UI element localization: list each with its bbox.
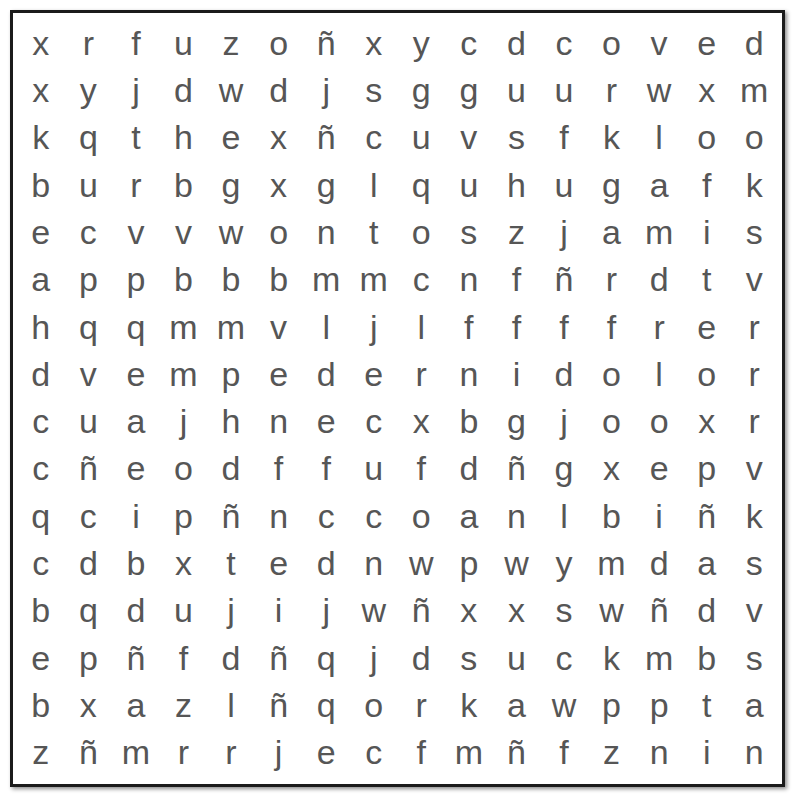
- grid-cell[interactable]: ñ: [65, 729, 113, 776]
- grid-cell[interactable]: m: [350, 256, 398, 303]
- grid-cell[interactable]: k: [730, 161, 778, 208]
- grid-cell[interactable]: q: [112, 303, 160, 350]
- grid-cell[interactable]: g: [493, 398, 541, 445]
- grid-cell[interactable]: p: [683, 445, 731, 492]
- grid-cell[interactable]: t: [112, 114, 160, 161]
- grid-cell[interactable]: m: [302, 256, 350, 303]
- grid-cell[interactable]: w: [493, 539, 541, 586]
- grid-cell[interactable]: r: [588, 66, 636, 113]
- grid-cell[interactable]: v: [112, 208, 160, 255]
- grid-cell[interactable]: x: [445, 587, 493, 634]
- grid-cell[interactable]: x: [683, 66, 731, 113]
- grid-cell[interactable]: d: [65, 539, 113, 586]
- grid-cell[interactable]: g: [540, 445, 588, 492]
- grid-cell[interactable]: e: [112, 445, 160, 492]
- grid-cell[interactable]: d: [540, 350, 588, 397]
- grid-cell[interactable]: o: [398, 208, 446, 255]
- grid-cell[interactable]: x: [17, 66, 65, 113]
- grid-cell[interactable]: o: [683, 114, 731, 161]
- grid-cell[interactable]: n: [730, 729, 778, 776]
- grid-cell[interactable]: b: [588, 492, 636, 539]
- grid-cell[interactable]: v: [730, 587, 778, 634]
- grid-cell[interactable]: d: [207, 634, 255, 681]
- grid-cell[interactable]: r: [730, 303, 778, 350]
- grid-cell[interactable]: p: [588, 681, 636, 728]
- grid-cell[interactable]: o: [160, 445, 208, 492]
- grid-cell[interactable]: j: [112, 66, 160, 113]
- grid-cell[interactable]: h: [493, 161, 541, 208]
- grid-cell[interactable]: e: [255, 539, 303, 586]
- grid-cell[interactable]: x: [160, 539, 208, 586]
- grid-cell[interactable]: w: [350, 587, 398, 634]
- grid-cell[interactable]: u: [160, 19, 208, 66]
- grid-cell[interactable]: o: [588, 350, 636, 397]
- grid-cell[interactable]: o: [398, 492, 446, 539]
- grid-cell[interactable]: a: [445, 492, 493, 539]
- grid-cell[interactable]: ñ: [302, 19, 350, 66]
- grid-cell[interactable]: m: [588, 539, 636, 586]
- grid-cell[interactable]: f: [302, 445, 350, 492]
- grid-cell[interactable]: m: [635, 634, 683, 681]
- grid-cell[interactable]: x: [350, 19, 398, 66]
- grid-cell[interactable]: j: [207, 587, 255, 634]
- grid-cell[interactable]: u: [540, 161, 588, 208]
- grid-cell[interactable]: u: [493, 634, 541, 681]
- grid-cell[interactable]: v: [730, 256, 778, 303]
- grid-cell[interactable]: f: [445, 303, 493, 350]
- grid-cell[interactable]: v: [160, 208, 208, 255]
- grid-cell[interactable]: s: [730, 634, 778, 681]
- grid-cell[interactable]: j: [302, 66, 350, 113]
- grid-cell[interactable]: e: [683, 19, 731, 66]
- grid-cell[interactable]: w: [540, 681, 588, 728]
- grid-cell[interactable]: m: [207, 303, 255, 350]
- grid-cell[interactable]: f: [160, 634, 208, 681]
- grid-cell[interactable]: o: [635, 398, 683, 445]
- grid-cell[interactable]: y: [540, 539, 588, 586]
- grid-cell[interactable]: q: [17, 492, 65, 539]
- grid-cell[interactable]: z: [160, 681, 208, 728]
- grid-cell[interactable]: f: [540, 114, 588, 161]
- grid-cell[interactable]: u: [160, 587, 208, 634]
- grid-cell[interactable]: i: [683, 729, 731, 776]
- grid-cell[interactable]: o: [588, 19, 636, 66]
- grid-cell[interactable]: c: [65, 208, 113, 255]
- grid-cell[interactable]: ñ: [112, 634, 160, 681]
- grid-cell[interactable]: f: [540, 303, 588, 350]
- grid-cell[interactable]: v: [65, 350, 113, 397]
- grid-cell[interactable]: f: [398, 729, 446, 776]
- grid-cell[interactable]: r: [160, 729, 208, 776]
- grid-cell[interactable]: r: [588, 256, 636, 303]
- grid-cell[interactable]: c: [350, 729, 398, 776]
- grid-cell[interactable]: a: [588, 208, 636, 255]
- grid-cell[interactable]: j: [302, 587, 350, 634]
- grid-cell[interactable]: x: [255, 114, 303, 161]
- grid-cell[interactable]: z: [588, 729, 636, 776]
- grid-cell[interactable]: s: [730, 539, 778, 586]
- grid-cell[interactable]: j: [350, 634, 398, 681]
- grid-cell[interactable]: e: [17, 634, 65, 681]
- grid-cell[interactable]: b: [17, 681, 65, 728]
- grid-cell[interactable]: e: [255, 350, 303, 397]
- grid-cell[interactable]: r: [635, 303, 683, 350]
- grid-cell[interactable]: f: [255, 445, 303, 492]
- grid-cell[interactable]: u: [445, 161, 493, 208]
- grid-cell[interactable]: g: [398, 66, 446, 113]
- grid-cell[interactable]: w: [588, 587, 636, 634]
- grid-cell[interactable]: a: [635, 161, 683, 208]
- grid-cell[interactable]: c: [17, 539, 65, 586]
- grid-cell[interactable]: o: [588, 398, 636, 445]
- grid-cell[interactable]: b: [445, 398, 493, 445]
- grid-cell[interactable]: ñ: [207, 492, 255, 539]
- grid-cell[interactable]: w: [635, 66, 683, 113]
- grid-cell[interactable]: b: [17, 587, 65, 634]
- grid-cell[interactable]: t: [207, 539, 255, 586]
- grid-cell[interactable]: a: [17, 256, 65, 303]
- grid-cell[interactable]: k: [445, 681, 493, 728]
- grid-cell[interactable]: i: [112, 492, 160, 539]
- grid-cell[interactable]: e: [302, 729, 350, 776]
- grid-cell[interactable]: u: [65, 161, 113, 208]
- page: xrfuzoñxycdcovedxyjdwdjsgguurwxmkqthexñc…: [0, 0, 800, 803]
- grid-cell[interactable]: d: [683, 587, 731, 634]
- grid-cell[interactable]: d: [635, 539, 683, 586]
- grid-cell[interactable]: d: [17, 350, 65, 397]
- grid-cell[interactable]: q: [302, 634, 350, 681]
- grid-cell[interactable]: ñ: [398, 587, 446, 634]
- grid-cell[interactable]: f: [540, 729, 588, 776]
- grid-cell[interactable]: r: [65, 19, 113, 66]
- grid-cell[interactable]: m: [160, 303, 208, 350]
- grid-cell[interactable]: a: [730, 681, 778, 728]
- grid-cell[interactable]: f: [398, 445, 446, 492]
- grid-cell[interactable]: s: [445, 208, 493, 255]
- grid-cell[interactable]: n: [445, 256, 493, 303]
- grid-cell[interactable]: e: [302, 398, 350, 445]
- grid-cell[interactable]: i: [683, 208, 731, 255]
- grid-cell[interactable]: s: [730, 208, 778, 255]
- grid-cell[interactable]: a: [112, 681, 160, 728]
- grid-cell[interactable]: h: [17, 303, 65, 350]
- grid-cell[interactable]: o: [683, 350, 731, 397]
- grid-cell[interactable]: z: [17, 729, 65, 776]
- grid-cell[interactable]: e: [17, 208, 65, 255]
- grid-cell[interactable]: x: [255, 161, 303, 208]
- grid-cell[interactable]: i: [635, 492, 683, 539]
- grid-cell[interactable]: g: [588, 161, 636, 208]
- grid-cell[interactable]: p: [635, 681, 683, 728]
- grid-cell[interactable]: r: [112, 161, 160, 208]
- letter-grid[interactable]: xrfuzoñxycdcovedxyjdwdjsgguurwxmkqthexñc…: [13, 13, 782, 784]
- grid-cell[interactable]: l: [635, 350, 683, 397]
- grid-cell[interactable]: e: [112, 350, 160, 397]
- grid-cell[interactable]: i: [493, 350, 541, 397]
- grid-cell[interactable]: w: [207, 208, 255, 255]
- grid-cell[interactable]: ñ: [302, 114, 350, 161]
- grid-cell[interactable]: u: [398, 114, 446, 161]
- grid-cell[interactable]: d: [445, 445, 493, 492]
- grid-cell[interactable]: g: [302, 161, 350, 208]
- grid-cell[interactable]: k: [588, 114, 636, 161]
- grid-cell[interactable]: p: [445, 539, 493, 586]
- grid-cell[interactable]: j: [540, 398, 588, 445]
- grid-cell[interactable]: r: [730, 350, 778, 397]
- grid-cell[interactable]: n: [255, 398, 303, 445]
- grid-cell[interactable]: x: [683, 398, 731, 445]
- grid-cell[interactable]: e: [350, 350, 398, 397]
- grid-cell[interactable]: f: [493, 256, 541, 303]
- grid-cell[interactable]: k: [17, 114, 65, 161]
- grid-cell[interactable]: a: [683, 539, 731, 586]
- grid-cell[interactable]: p: [160, 492, 208, 539]
- grid-cell[interactable]: c: [540, 19, 588, 66]
- grid-cell[interactable]: g: [207, 161, 255, 208]
- grid-cell[interactable]: ñ: [65, 445, 113, 492]
- grid-cell[interactable]: m: [635, 208, 683, 255]
- grid-cell[interactable]: s: [350, 66, 398, 113]
- grid-cell[interactable]: p: [65, 256, 113, 303]
- grid-cell[interactable]: b: [683, 634, 731, 681]
- grid-cell[interactable]: c: [350, 114, 398, 161]
- grid-cell[interactable]: d: [207, 445, 255, 492]
- grid-cell[interactable]: d: [112, 587, 160, 634]
- grid-cell[interactable]: h: [160, 114, 208, 161]
- grid-cell[interactable]: u: [65, 398, 113, 445]
- grid-cell[interactable]: c: [17, 398, 65, 445]
- grid-cell[interactable]: m: [445, 729, 493, 776]
- grid-cell[interactable]: v: [445, 114, 493, 161]
- grid-cell[interactable]: e: [635, 445, 683, 492]
- grid-cell[interactable]: a: [493, 681, 541, 728]
- grid-cell[interactable]: t: [683, 681, 731, 728]
- grid-cell[interactable]: h: [207, 398, 255, 445]
- grid-cell[interactable]: l: [398, 303, 446, 350]
- grid-cell[interactable]: f: [112, 19, 160, 66]
- grid-cell[interactable]: ñ: [493, 445, 541, 492]
- grid-cell[interactable]: r: [398, 681, 446, 728]
- grid-cell[interactable]: b: [112, 539, 160, 586]
- grid-cell[interactable]: p: [207, 350, 255, 397]
- grid-cell[interactable]: a: [112, 398, 160, 445]
- grid-cell[interactable]: d: [635, 256, 683, 303]
- grid-cell[interactable]: c: [350, 398, 398, 445]
- grid-cell[interactable]: w: [398, 539, 446, 586]
- grid-cell[interactable]: j: [160, 398, 208, 445]
- grid-cell[interactable]: z: [207, 19, 255, 66]
- grid-cell[interactable]: p: [65, 634, 113, 681]
- grid-cell[interactable]: r: [398, 350, 446, 397]
- grid-cell[interactable]: x: [493, 587, 541, 634]
- grid-cell[interactable]: c: [350, 492, 398, 539]
- grid-cell[interactable]: b: [160, 161, 208, 208]
- grid-cell[interactable]: p: [112, 256, 160, 303]
- grid-cell[interactable]: m: [730, 66, 778, 113]
- grid-cell[interactable]: y: [65, 66, 113, 113]
- grid-cell[interactable]: c: [540, 634, 588, 681]
- grid-cell[interactable]: f: [588, 303, 636, 350]
- word-search-board: xrfuzoñxycdcovedxyjdwdjsgguurwxmkqthexñc…: [10, 10, 785, 787]
- grid-cell[interactable]: n: [493, 492, 541, 539]
- grid-cell[interactable]: k: [588, 634, 636, 681]
- grid-cell[interactable]: d: [302, 539, 350, 586]
- grid-cell[interactable]: b: [17, 161, 65, 208]
- grid-cell[interactable]: q: [398, 161, 446, 208]
- grid-cell[interactable]: o: [730, 114, 778, 161]
- grid-cell[interactable]: ñ: [255, 634, 303, 681]
- grid-cell[interactable]: r: [730, 398, 778, 445]
- grid-cell[interactable]: ñ: [540, 256, 588, 303]
- grid-cell[interactable]: c: [302, 492, 350, 539]
- grid-cell[interactable]: v: [730, 445, 778, 492]
- grid-cell[interactable]: w: [207, 66, 255, 113]
- grid-cell[interactable]: s: [445, 634, 493, 681]
- grid-cell[interactable]: u: [350, 445, 398, 492]
- grid-cell[interactable]: v: [635, 19, 683, 66]
- grid-cell[interactable]: d: [493, 19, 541, 66]
- grid-cell[interactable]: d: [255, 66, 303, 113]
- grid-cell[interactable]: d: [398, 634, 446, 681]
- grid-cell[interactable]: ñ: [493, 729, 541, 776]
- grid-cell[interactable]: n: [302, 208, 350, 255]
- grid-cell[interactable]: m: [112, 729, 160, 776]
- grid-cell[interactable]: k: [730, 492, 778, 539]
- grid-cell[interactable]: e: [207, 114, 255, 161]
- grid-cell[interactable]: t: [350, 208, 398, 255]
- grid-cell[interactable]: d: [160, 66, 208, 113]
- grid-cell[interactable]: l: [350, 161, 398, 208]
- grid-cell[interactable]: i: [255, 587, 303, 634]
- grid-cell[interactable]: s: [493, 114, 541, 161]
- grid-cell[interactable]: c: [445, 19, 493, 66]
- grid-cell[interactable]: q: [65, 587, 113, 634]
- grid-cell[interactable]: n: [445, 350, 493, 397]
- grid-cell[interactable]: n: [255, 492, 303, 539]
- grid-cell[interactable]: f: [493, 303, 541, 350]
- grid-cell[interactable]: x: [17, 19, 65, 66]
- grid-cell[interactable]: z: [493, 208, 541, 255]
- grid-cell[interactable]: t: [683, 256, 731, 303]
- grid-cell[interactable]: m: [160, 350, 208, 397]
- grid-cell[interactable]: c: [65, 492, 113, 539]
- grid-cell[interactable]: u: [540, 66, 588, 113]
- grid-cell[interactable]: y: [398, 19, 446, 66]
- grid-cell[interactable]: n: [635, 729, 683, 776]
- grid-cell[interactable]: s: [540, 587, 588, 634]
- grid-cell[interactable]: e: [683, 303, 731, 350]
- grid-cell[interactable]: g: [445, 66, 493, 113]
- grid-cell[interactable]: l: [540, 492, 588, 539]
- grid-cell[interactable]: l: [635, 114, 683, 161]
- grid-cell[interactable]: u: [493, 66, 541, 113]
- grid-cell[interactable]: q: [302, 681, 350, 728]
- grid-cell[interactable]: v: [255, 303, 303, 350]
- grid-cell[interactable]: j: [540, 208, 588, 255]
- grid-cell[interactable]: ñ: [635, 587, 683, 634]
- grid-cell[interactable]: o: [350, 681, 398, 728]
- grid-cell[interactable]: l: [302, 303, 350, 350]
- grid-cell[interactable]: q: [65, 303, 113, 350]
- grid-cell[interactable]: o: [255, 19, 303, 66]
- grid-cell[interactable]: x: [398, 398, 446, 445]
- grid-cell[interactable]: c: [17, 445, 65, 492]
- grid-cell[interactable]: x: [588, 445, 636, 492]
- grid-cell[interactable]: ñ: [255, 681, 303, 728]
- grid-cell[interactable]: j: [255, 729, 303, 776]
- grid-cell[interactable]: c: [398, 256, 446, 303]
- grid-cell[interactable]: f: [683, 161, 731, 208]
- grid-cell[interactable]: n: [350, 539, 398, 586]
- grid-cell[interactable]: o: [255, 208, 303, 255]
- grid-cell[interactable]: b: [207, 256, 255, 303]
- grid-cell[interactable]: q: [65, 114, 113, 161]
- grid-cell[interactable]: d: [302, 350, 350, 397]
- grid-cell[interactable]: d: [730, 19, 778, 66]
- grid-cell[interactable]: r: [207, 729, 255, 776]
- grid-cell[interactable]: b: [255, 256, 303, 303]
- grid-cell[interactable]: ñ: [683, 492, 731, 539]
- grid-cell[interactable]: x: [65, 681, 113, 728]
- grid-cell[interactable]: j: [350, 303, 398, 350]
- grid-cell[interactable]: b: [160, 256, 208, 303]
- grid-cell[interactable]: l: [207, 681, 255, 728]
